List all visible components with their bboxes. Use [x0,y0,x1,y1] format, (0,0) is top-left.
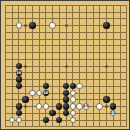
board-point-1-12[interactable] [9,83,16,90]
board-point-4-12[interactable] [29,83,36,90]
board-point-15-11[interactable] [103,76,110,83]
board-point-16-4[interactable] [110,29,117,36]
board-point-3-1[interactable] [22,9,29,16]
board-point-14-1[interactable] [96,9,103,16]
board-point-14-0[interactable] [96,2,103,9]
board-point-15-12[interactable] [103,83,110,90]
board-point-3-16[interactable] [22,110,29,117]
board-point-3-8[interactable] [22,56,29,63]
board-point-11-13[interactable] [76,90,83,97]
board-point-7-16[interactable] [49,110,56,117]
board-point-6-10[interactable] [42,69,49,76]
board-point-13-2[interactable] [90,15,97,22]
board-point-6-3[interactable] [42,22,49,29]
board-point-6-11[interactable] [42,76,49,83]
board-point-2-8[interactable] [15,56,22,63]
board-point-6-1[interactable] [42,9,49,16]
board-point-3-4[interactable] [22,29,29,36]
board-point-1-2[interactable] [9,15,16,22]
board-point-7-15[interactable] [49,103,56,110]
board-point-2-0[interactable] [15,2,22,9]
board-point-18-13[interactable] [123,90,130,97]
board-point-11-17[interactable] [76,117,83,124]
board-point-9-3[interactable] [63,22,70,29]
board-point-5-16[interactable] [36,110,43,117]
board-point-10-12[interactable] [69,83,76,90]
board-point-11-14[interactable] [76,96,83,103]
board-point-8-7[interactable] [56,49,63,56]
board-point-10-4[interactable] [69,29,76,36]
board-point-13-4[interactable] [90,29,97,36]
board-point-4-4[interactable] [29,29,36,36]
board-point-12-15[interactable]: 15 [83,103,90,110]
board-point-15-18[interactable] [103,123,110,130]
board-point-8-17[interactable] [56,117,63,124]
board-point-14-17[interactable] [96,117,103,124]
board-point-9-1[interactable] [63,9,70,16]
board-point-2-5[interactable] [15,36,22,43]
board-point-7-11[interactable] [49,76,56,83]
board-point-11-1[interactable] [76,9,83,16]
board-point-15-10[interactable] [103,69,110,76]
board-point-3-6[interactable] [22,42,29,49]
board-point-14-5[interactable] [96,36,103,43]
board-point-9-2[interactable] [63,15,70,22]
board-point-5-5[interactable] [36,36,43,43]
board-point-0-3[interactable] [2,22,9,29]
board-point-5-4[interactable] [36,29,43,36]
board-point-6-7[interactable] [42,49,49,56]
board-point-0-7[interactable] [2,49,9,56]
board-point-14-10[interactable] [96,69,103,76]
board-point-17-14[interactable] [117,96,124,103]
board-point-11-12[interactable] [76,83,83,90]
board-point-16-18[interactable] [110,123,117,130]
board-point-2-15[interactable] [15,103,22,110]
board-point-4-15[interactable] [29,103,36,110]
board-point-10-1[interactable] [69,9,76,16]
board-point-17-15[interactable] [117,103,124,110]
board-point-9-5[interactable] [63,36,70,43]
board-point-12-9[interactable] [83,63,90,70]
board-point-12-12[interactable] [83,83,90,90]
board-point-12-4[interactable] [83,29,90,36]
board-point-17-9[interactable] [117,63,124,70]
board-point-0-8[interactable] [2,56,9,63]
board-point-0-14[interactable] [2,96,9,103]
board-point-3-17[interactable] [22,117,29,124]
board-point-7-14[interactable] [49,96,56,103]
board-point-13-12[interactable] [90,83,97,90]
board-point-2-17[interactable] [15,117,22,124]
board-point-17-4[interactable] [117,29,124,36]
board-point-8-9[interactable] [56,63,63,70]
board-point-7-5[interactable] [49,36,56,43]
board-point-12-2[interactable] [83,15,90,22]
board-point-0-15[interactable] [2,103,9,110]
board-point-4-7[interactable] [29,49,36,56]
board-point-8-5[interactable] [56,36,63,43]
board-point-11-16[interactable] [76,110,83,117]
board-point-11-9[interactable] [76,63,83,70]
board-point-1-7[interactable] [9,49,16,56]
board-point-16-3[interactable] [110,22,117,29]
board-point-3-14[interactable] [22,96,29,103]
board-point-16-1[interactable] [110,9,117,16]
board-point-8-6[interactable] [56,42,63,49]
board-point-6-2[interactable] [42,15,49,22]
board-point-5-13[interactable] [36,90,43,97]
board-point-5-10[interactable] [36,69,43,76]
board-point-6-8[interactable] [42,56,49,63]
board-point-15-7[interactable] [103,49,110,56]
board-point-1-5[interactable] [9,36,16,43]
board-point-5-18[interactable] [36,123,43,130]
board-point-11-5[interactable] [76,36,83,43]
board-point-12-5[interactable] [83,36,90,43]
board-point-12-13[interactable] [83,90,90,97]
board-point-2-16[interactable] [15,110,22,117]
board-point-11-7[interactable] [76,49,83,56]
board-point-3-5[interactable] [22,36,29,43]
board-point-6-17[interactable] [42,117,49,124]
board-point-18-0[interactable] [123,2,130,9]
board-point-13-10[interactable] [90,69,97,76]
board-point-10-9[interactable] [69,63,76,70]
board-point-3-12[interactable] [22,83,29,90]
board-point-5-3[interactable] [36,22,43,29]
board-point-17-10[interactable] [117,69,124,76]
board-point-2-4[interactable] [15,29,22,36]
board-point-2-2[interactable] [15,15,22,22]
board-point-18-12[interactable] [123,83,130,90]
board-point-17-16[interactable] [117,110,124,117]
board-point-6-5[interactable] [42,36,49,43]
board-point-8-15[interactable] [56,103,63,110]
board-point-8-8[interactable] [56,56,63,63]
board-point-1-6[interactable] [9,42,16,49]
board-point-14-12[interactable] [96,83,103,90]
board-point-8-11[interactable] [56,76,63,83]
board-point-16-11[interactable] [110,76,117,83]
board-point-16-15[interactable] [110,103,117,110]
board-point-4-17[interactable] [29,117,36,124]
board-point-6-0[interactable] [42,2,49,9]
board-point-11-15[interactable] [76,103,83,110]
board-point-5-15[interactable] [36,103,43,110]
board-point-1-16[interactable] [9,110,16,117]
board-point-10-16[interactable] [69,110,76,117]
board-point-6-16[interactable] [42,110,49,117]
board-point-14-4[interactable] [96,29,103,36]
board-point-17-8[interactable] [117,56,124,63]
board-point-14-16[interactable] [96,110,103,117]
board-point-2-9[interactable] [15,63,22,70]
board-point-4-16[interactable] [29,110,36,117]
board-point-7-7[interactable] [49,49,56,56]
board-point-10-14[interactable] [69,96,76,103]
board-point-18-2[interactable] [123,15,130,22]
board-point-11-18[interactable] [76,123,83,130]
board-point-17-17[interactable] [117,117,124,124]
board-point-5-1[interactable] [36,9,43,16]
board-point-4-13[interactable] [29,90,36,97]
board-point-10-17[interactable] [69,117,76,124]
board-point-0-11[interactable] [2,76,9,83]
board-point-4-1[interactable] [29,9,36,16]
board-point-11-10[interactable] [76,69,83,76]
board-point-16-10[interactable] [110,69,117,76]
board-point-1-18[interactable] [9,123,16,130]
board-point-9-14[interactable] [63,96,70,103]
board-point-14-6[interactable] [96,42,103,49]
board-point-10-5[interactable] [69,36,76,43]
board-point-2-6[interactable] [15,42,22,49]
board-point-10-10[interactable] [69,69,76,76]
board-point-1-14[interactable] [9,96,16,103]
board-point-15-0[interactable] [103,2,110,9]
board-point-13-8[interactable] [90,56,97,63]
board-point-5-6[interactable] [36,42,43,49]
board-point-1-4[interactable] [9,29,16,36]
board-point-16-13[interactable] [110,90,117,97]
board-point-13-17[interactable] [90,117,97,124]
board-point-15-13[interactable] [103,90,110,97]
board-point-7-13[interactable] [49,90,56,97]
board-point-15-4[interactable] [103,29,110,36]
board-point-8-12[interactable] [56,83,63,90]
board-point-9-9[interactable] [63,63,70,70]
board-point-9-17[interactable] [63,117,70,124]
board-point-3-2[interactable] [22,15,29,22]
board-point-12-8[interactable] [83,56,90,63]
board-point-16-5[interactable] [110,36,117,43]
board-point-0-18[interactable] [2,123,9,130]
board-point-7-12[interactable] [49,83,56,90]
board-point-0-13[interactable] [2,90,9,97]
board-point-7-18[interactable] [49,123,56,130]
board-point-0-10[interactable] [2,69,9,76]
board-point-5-9[interactable] [36,63,43,70]
board-point-0-9[interactable] [2,63,9,70]
board-point-11-6[interactable] [76,42,83,49]
board-point-18-6[interactable] [123,42,130,49]
board-point-16-16[interactable]: 21 [110,110,117,117]
board-point-5-0[interactable] [36,2,43,9]
board-point-8-16[interactable] [56,110,63,117]
board-point-3-18[interactable] [22,123,29,130]
board-point-18-7[interactable] [123,49,130,56]
board-point-13-3[interactable] [90,22,97,29]
board-point-13-7[interactable] [90,49,97,56]
board-point-10-15[interactable] [69,103,76,110]
board-point-1-13[interactable] [9,90,16,97]
board-point-15-9[interactable] [103,63,110,70]
board-point-12-7[interactable] [83,49,90,56]
board-point-9-13[interactable] [63,90,70,97]
board-point-14-15[interactable] [96,103,103,110]
board-point-5-7[interactable] [36,49,43,56]
board-point-17-11[interactable] [117,76,124,83]
board-point-14-9[interactable] [96,63,103,70]
board-point-14-13[interactable] [96,90,103,97]
board-point-1-17[interactable] [9,117,16,124]
board-point-2-3[interactable] [15,22,22,29]
board-point-12-16[interactable] [83,110,90,117]
board-point-18-8[interactable] [123,56,130,63]
board-point-5-8[interactable] [36,56,43,63]
board-point-8-10[interactable] [56,69,63,76]
board-point-12-11[interactable] [83,76,90,83]
board-point-4-2[interactable] [29,15,36,22]
board-point-18-15[interactable] [123,103,130,110]
board-point-2-1[interactable] [15,9,22,16]
board-point-14-3[interactable] [96,22,103,29]
board-point-10-18[interactable] [69,123,76,130]
board-point-2-10[interactable]: 16 [15,69,22,76]
board-point-3-7[interactable] [22,49,29,56]
board-point-15-5[interactable] [103,36,110,43]
board-point-7-4[interactable] [49,29,56,36]
board-point-8-14[interactable] [56,96,63,103]
board-point-4-6[interactable] [29,42,36,49]
board-point-7-10[interactable] [49,69,56,76]
board-point-1-15[interactable] [9,103,16,110]
board-point-0-1[interactable] [2,9,9,16]
board-point-11-11[interactable] [76,76,83,83]
board-point-13-6[interactable] [90,42,97,49]
board-point-13-13[interactable] [90,90,97,97]
board-point-9-11[interactable] [63,76,70,83]
board-point-3-10[interactable] [22,69,29,76]
board-point-18-11[interactable] [123,76,130,83]
board-point-18-9[interactable] [123,63,130,70]
board-point-11-0[interactable] [76,2,83,9]
board-point-17-1[interactable] [117,9,124,16]
board-point-17-2[interactable] [117,15,124,22]
board-point-8-1[interactable] [56,9,63,16]
board-point-10-13[interactable] [69,90,76,97]
board-point-4-0[interactable] [29,2,36,9]
board-point-15-3[interactable] [103,22,110,29]
board-point-18-3[interactable] [123,22,130,29]
board-point-2-7[interactable] [15,49,22,56]
board-point-3-15[interactable] [22,103,29,110]
board-point-18-17[interactable] [123,117,130,124]
board-point-4-8[interactable] [29,56,36,63]
board-point-17-7[interactable] [117,49,124,56]
board-point-0-17[interactable] [2,117,9,124]
board-point-0-16[interactable] [2,110,9,117]
board-point-7-9[interactable] [49,63,56,70]
board-point-5-14[interactable] [36,96,43,103]
board-point-7-3[interactable] [49,22,56,29]
board-point-17-0[interactable] [117,2,124,9]
board-point-9-18[interactable] [63,123,70,130]
board-point-15-14[interactable] [103,96,110,103]
board-point-18-18[interactable] [123,123,130,130]
board-point-15-17[interactable] [103,117,110,124]
board-point-2-13[interactable] [15,90,22,97]
board-point-13-1[interactable] [90,9,97,16]
board-point-14-18[interactable] [96,123,103,130]
board-point-12-6[interactable] [83,42,90,49]
board-point-4-14[interactable] [29,96,36,103]
board-point-12-18[interactable] [83,123,90,130]
board-point-17-3[interactable] [117,22,124,29]
board-point-7-8[interactable] [49,56,56,63]
board-point-0-4[interactable] [2,29,9,36]
board-point-9-8[interactable] [63,56,70,63]
board-point-10-11[interactable] [69,76,76,83]
board-point-6-6[interactable] [42,42,49,49]
board-point-16-14[interactable] [110,96,117,103]
board-point-17-13[interactable] [117,90,124,97]
board-point-12-17[interactable] [83,117,90,124]
board-point-5-12[interactable] [36,83,43,90]
board-point-14-2[interactable] [96,15,103,22]
board-point-8-2[interactable] [56,15,63,22]
board-point-4-5[interactable] [29,36,36,43]
board-point-12-10[interactable] [83,69,90,76]
board-point-11-2[interactable] [76,15,83,22]
board-point-15-6[interactable] [103,42,110,49]
board-point-7-1[interactable] [49,9,56,16]
board-point-11-8[interactable] [76,56,83,63]
board-point-14-7[interactable] [96,49,103,56]
board-point-9-12[interactable] [63,83,70,90]
board-point-3-11[interactable] [22,76,29,83]
board-point-13-14[interactable] [90,96,97,103]
board-point-2-12[interactable] [15,83,22,90]
board-point-1-10[interactable] [9,69,16,76]
board-point-2-14[interactable] [15,96,22,103]
board-point-6-12[interactable] [42,83,49,90]
board-point-6-4[interactable] [42,29,49,36]
board-point-8-3[interactable] [56,22,63,29]
board-point-13-5[interactable] [90,36,97,43]
board-point-10-7[interactable] [69,49,76,56]
board-point-11-4[interactable] [76,29,83,36]
board-point-18-10[interactable] [123,69,130,76]
board-point-7-17[interactable] [49,117,56,124]
board-point-10-2[interactable] [69,15,76,22]
board-point-6-18[interactable] [42,123,49,130]
board-point-8-13[interactable] [56,90,63,97]
board-point-10-3[interactable] [69,22,76,29]
board-point-7-2[interactable] [49,15,56,22]
board-point-17-18[interactable] [117,123,124,130]
board-point-5-17[interactable] [36,117,43,124]
board-point-18-5[interactable] [123,36,130,43]
board-point-9-10[interactable] [63,69,70,76]
board-point-1-9[interactable] [9,63,16,70]
board-point-7-6[interactable] [49,42,56,49]
board-point-1-0[interactable] [9,2,16,9]
board-point-2-18[interactable] [15,123,22,130]
board-point-16-17[interactable] [110,117,117,124]
board-point-9-4[interactable] [63,29,70,36]
board-point-4-9[interactable] [29,63,36,70]
board-point-12-14[interactable] [83,96,90,103]
board-point-12-1[interactable] [83,9,90,16]
board-point-9-15[interactable] [63,103,70,110]
board-point-8-0[interactable] [56,2,63,9]
board-point-12-3[interactable] [83,22,90,29]
board-point-17-6[interactable] [117,42,124,49]
board-point-16-0[interactable] [110,2,117,9]
board-point-7-0[interactable] [49,2,56,9]
